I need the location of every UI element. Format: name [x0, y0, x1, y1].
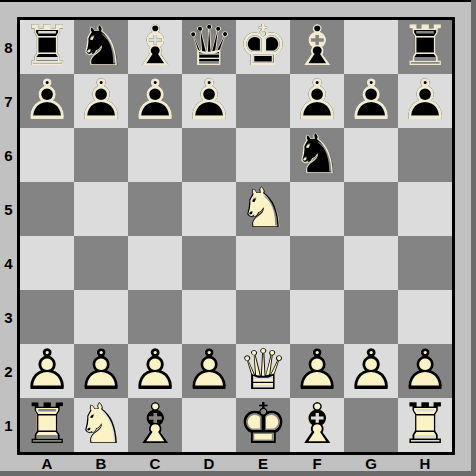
square-a3[interactable]: [20, 290, 74, 344]
rank-label-6: 6: [0, 128, 17, 182]
file-label-e: E: [236, 455, 290, 472]
square-e8[interactable]: ♚♔: [236, 20, 290, 74]
square-f7[interactable]: ♟♙: [290, 74, 344, 128]
file-label-h: H: [398, 455, 452, 472]
square-a2[interactable]: ♟♙: [20, 344, 74, 398]
square-d2[interactable]: ♟♙: [182, 344, 236, 398]
black-queen-d8[interactable]: ♛♕: [182, 20, 236, 74]
white-queen-e2[interactable]: ♛♕: [236, 344, 290, 398]
square-b1[interactable]: ♞♘: [74, 398, 128, 452]
square-b5[interactable]: [74, 182, 128, 236]
chess-board-frame: ♜♖♞♘♝♗♛♕♚♔♝♗♜♖♟♙♟♙♟♙♟♙♟♙♟♙♟♙♞♘♞♘♟♙♟♙♟♙♟♙…: [17, 17, 455, 455]
square-g2[interactable]: ♟♙: [344, 344, 398, 398]
chess-app-window: ♜♖♞♘♝♗♛♕♚♔♝♗♜♖♟♙♟♙♟♙♟♙♟♙♟♙♟♙♞♘♞♘♟♙♟♙♟♙♟♙…: [0, 0, 476, 476]
square-g7[interactable]: ♟♙: [344, 74, 398, 128]
white-pawn-g2[interactable]: ♟♙: [344, 344, 398, 398]
square-g8[interactable]: [344, 20, 398, 74]
square-b3[interactable]: [74, 290, 128, 344]
square-g5[interactable]: [344, 182, 398, 236]
black-pawn-f7[interactable]: ♟♙: [290, 74, 344, 128]
file-label-c: C: [128, 455, 182, 472]
square-c2[interactable]: ♟♙: [128, 344, 182, 398]
square-h5[interactable]: [398, 182, 452, 236]
square-d5[interactable]: [182, 182, 236, 236]
square-f6[interactable]: ♞♘: [290, 128, 344, 182]
rank-label-4: 4: [0, 236, 17, 290]
white-king-e1[interactable]: ♚♔: [236, 398, 290, 452]
square-a4[interactable]: [20, 236, 74, 290]
square-e7[interactable]: [236, 74, 290, 128]
square-e2[interactable]: ♛♕: [236, 344, 290, 398]
square-a7[interactable]: ♟♙: [20, 74, 74, 128]
rank-label-8: 8: [0, 20, 17, 74]
square-c6[interactable]: [128, 128, 182, 182]
square-e6[interactable]: [236, 128, 290, 182]
square-d8[interactable]: ♛♕: [182, 20, 236, 74]
file-label-b: B: [74, 455, 128, 472]
square-g6[interactable]: [344, 128, 398, 182]
square-a8[interactable]: ♜♖: [20, 20, 74, 74]
square-a6[interactable]: [20, 128, 74, 182]
rank-label-5: 5: [0, 182, 17, 236]
white-knight-b1[interactable]: ♞♘: [74, 398, 128, 452]
square-e4[interactable]: [236, 236, 290, 290]
square-c1[interactable]: ♝♗: [128, 398, 182, 452]
white-pawn-b2[interactable]: ♟♙: [74, 344, 128, 398]
square-c4[interactable]: [128, 236, 182, 290]
black-knight-b8[interactable]: ♞♘: [74, 20, 128, 74]
square-f3[interactable]: [290, 290, 344, 344]
black-knight-f6[interactable]: ♞♘: [290, 128, 344, 182]
square-b4[interactable]: [74, 236, 128, 290]
black-king-e8[interactable]: ♚♔: [236, 20, 290, 74]
white-bishop-f1[interactable]: ♝♗: [290, 398, 344, 452]
square-g3[interactable]: [344, 290, 398, 344]
square-b8[interactable]: ♞♘: [74, 20, 128, 74]
square-f8[interactable]: ♝♗: [290, 20, 344, 74]
square-g1[interactable]: [344, 398, 398, 452]
square-h4[interactable]: [398, 236, 452, 290]
square-d1[interactable]: [182, 398, 236, 452]
white-rook-a1[interactable]: ♜♖: [20, 398, 74, 452]
square-a1[interactable]: ♜♖: [20, 398, 74, 452]
square-d6[interactable]: [182, 128, 236, 182]
square-c5[interactable]: [128, 182, 182, 236]
square-e5[interactable]: ♞♘: [236, 182, 290, 236]
square-d3[interactable]: [182, 290, 236, 344]
black-bishop-f8[interactable]: ♝♗: [290, 20, 344, 74]
file-label-f: F: [290, 455, 344, 472]
square-a5[interactable]: [20, 182, 74, 236]
square-b7[interactable]: ♟♙: [74, 74, 128, 128]
square-b2[interactable]: ♟♙: [74, 344, 128, 398]
rank-label-3: 3: [0, 290, 17, 344]
black-rook-h8[interactable]: ♜♖: [398, 20, 452, 74]
square-b6[interactable]: [74, 128, 128, 182]
black-pawn-b7[interactable]: ♟♙: [74, 74, 128, 128]
square-c3[interactable]: [128, 290, 182, 344]
window-top-edge: [0, 0, 476, 2]
window-right-edge: [471, 0, 476, 476]
file-label-g: G: [344, 455, 398, 472]
file-label-a: A: [20, 455, 74, 472]
square-c7[interactable]: ♟♙: [128, 74, 182, 128]
white-knight-e5[interactable]: ♞♘: [236, 182, 290, 236]
square-d7[interactable]: ♟♙: [182, 74, 236, 128]
square-h8[interactable]: ♜♖: [398, 20, 452, 74]
black-pawn-a7[interactable]: ♟♙: [20, 74, 74, 128]
white-pawn-a2[interactable]: ♟♙: [20, 344, 74, 398]
square-h3[interactable]: [398, 290, 452, 344]
square-h2[interactable]: ♟♙: [398, 344, 452, 398]
black-pawn-g7[interactable]: ♟♙: [344, 74, 398, 128]
black-rook-a8[interactable]: ♜♖: [20, 20, 74, 74]
square-g4[interactable]: [344, 236, 398, 290]
rank-label-1: 1: [0, 398, 17, 452]
black-pawn-d7[interactable]: ♟♙: [182, 74, 236, 128]
square-h1[interactable]: ♜♖: [398, 398, 452, 452]
square-f5[interactable]: [290, 182, 344, 236]
white-pawn-d2[interactable]: ♟♙: [182, 344, 236, 398]
square-c8[interactable]: ♝♗: [128, 20, 182, 74]
file-label-d: D: [182, 455, 236, 472]
white-pawn-f2[interactable]: ♟♙: [290, 344, 344, 398]
window-bottom-edge: [0, 471, 476, 476]
white-bishop-c1[interactable]: ♝♗: [128, 398, 182, 452]
square-f2[interactable]: ♟♙: [290, 344, 344, 398]
square-h6[interactable]: [398, 128, 452, 182]
black-pawn-c7[interactable]: ♟♙: [128, 74, 182, 128]
white-pawn-c2[interactable]: ♟♙: [128, 344, 182, 398]
black-bishop-c8[interactable]: ♝♗: [128, 20, 182, 74]
square-d4[interactable]: [182, 236, 236, 290]
white-rook-h1[interactable]: ♜♖: [398, 398, 452, 452]
rank-label-2: 2: [0, 344, 17, 398]
white-pawn-h2[interactable]: ♟♙: [398, 344, 452, 398]
square-f4[interactable]: [290, 236, 344, 290]
black-pawn-h7[interactable]: ♟♙: [398, 74, 452, 128]
square-e3[interactable]: [236, 290, 290, 344]
rank-label-7: 7: [0, 74, 17, 128]
square-e1[interactable]: ♚♔: [236, 398, 290, 452]
square-h7[interactable]: ♟♙: [398, 74, 452, 128]
chess-board: ♜♖♞♘♝♗♛♕♚♔♝♗♜♖♟♙♟♙♟♙♟♙♟♙♟♙♟♙♞♘♞♘♟♙♟♙♟♙♟♙…: [20, 20, 452, 452]
square-f1[interactable]: ♝♗: [290, 398, 344, 452]
